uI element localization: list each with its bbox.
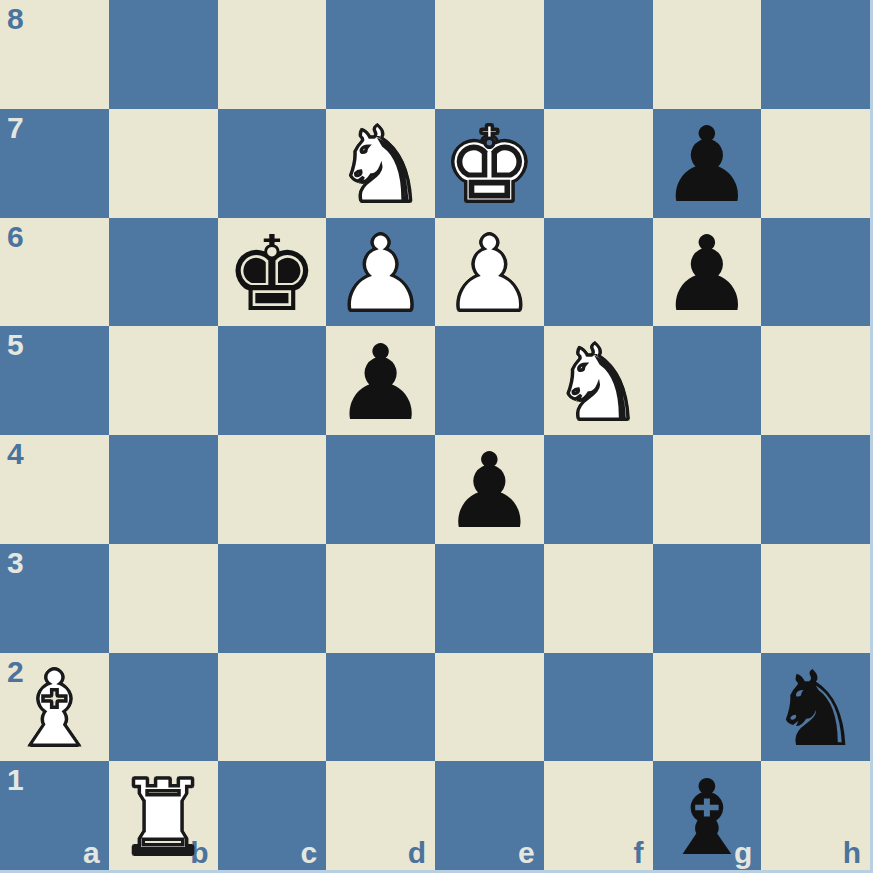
- square-e6[interactable]: ♟: [435, 218, 544, 327]
- square-c1[interactable]: c: [218, 761, 327, 870]
- square-b6[interactable]: [109, 218, 218, 327]
- square-a4[interactable]: 4: [0, 435, 109, 544]
- square-b5[interactable]: [109, 326, 218, 435]
- square-b7[interactable]: [109, 109, 218, 218]
- square-f3[interactable]: [544, 544, 653, 653]
- black-bishop-g1[interactable]: ♝: [660, 766, 753, 870]
- rank-label-6: 6: [7, 222, 24, 252]
- rank-label-3: 3: [7, 548, 24, 578]
- black-pawn-g6[interactable]: ♟: [660, 222, 753, 326]
- square-a7[interactable]: 7: [0, 109, 109, 218]
- white-bishop-a2[interactable]: ♝: [8, 657, 101, 761]
- black-knight-h2[interactable]: ♞: [769, 657, 862, 761]
- square-g7[interactable]: ♟: [653, 109, 762, 218]
- square-c7[interactable]: [218, 109, 327, 218]
- square-c6[interactable]: ♚: [218, 218, 327, 327]
- rank-label-4: 4: [7, 439, 24, 469]
- rank-label-7: 7: [7, 113, 24, 143]
- white-king-e7[interactable]: ♚: [443, 113, 536, 217]
- square-f4[interactable]: [544, 435, 653, 544]
- square-a8[interactable]: 8: [0, 0, 109, 109]
- square-f6[interactable]: [544, 218, 653, 327]
- square-c3[interactable]: [218, 544, 327, 653]
- square-f8[interactable]: [544, 0, 653, 109]
- square-h3[interactable]: [761, 544, 870, 653]
- square-b3[interactable]: [109, 544, 218, 653]
- file-label-c: c: [301, 838, 318, 868]
- square-b8[interactable]: [109, 0, 218, 109]
- square-h8[interactable]: [761, 0, 870, 109]
- white-pawn-e6[interactable]: ♟: [443, 222, 536, 326]
- black-pawn-g7[interactable]: ♟: [660, 113, 753, 217]
- square-b1[interactable]: b♜: [109, 761, 218, 870]
- square-a3[interactable]: 3: [0, 544, 109, 653]
- square-d6[interactable]: ♟: [326, 218, 435, 327]
- file-label-e: e: [518, 838, 535, 868]
- square-f2[interactable]: [544, 653, 653, 762]
- square-g5[interactable]: [653, 326, 762, 435]
- square-g1[interactable]: g♝: [653, 761, 762, 870]
- square-a2[interactable]: 2♝: [0, 653, 109, 762]
- square-d7[interactable]: ♞: [326, 109, 435, 218]
- black-pawn-d5[interactable]: ♟: [334, 331, 427, 435]
- square-g2[interactable]: [653, 653, 762, 762]
- square-e2[interactable]: [435, 653, 544, 762]
- square-c8[interactable]: [218, 0, 327, 109]
- square-h4[interactable]: [761, 435, 870, 544]
- square-e7[interactable]: ♚: [435, 109, 544, 218]
- square-h6[interactable]: [761, 218, 870, 327]
- file-label-d: d: [408, 838, 426, 868]
- file-label-h: h: [843, 838, 861, 868]
- square-a1[interactable]: 1a: [0, 761, 109, 870]
- white-knight-d7[interactable]: ♞: [334, 113, 427, 217]
- file-label-a: a: [83, 838, 100, 868]
- square-g3[interactable]: [653, 544, 762, 653]
- square-g4[interactable]: [653, 435, 762, 544]
- square-c2[interactable]: [218, 653, 327, 762]
- rank-label-8: 8: [7, 4, 24, 34]
- square-b4[interactable]: [109, 435, 218, 544]
- square-c5[interactable]: [218, 326, 327, 435]
- square-h2[interactable]: ♞: [761, 653, 870, 762]
- square-g8[interactable]: [653, 0, 762, 109]
- square-e3[interactable]: [435, 544, 544, 653]
- square-c4[interactable]: [218, 435, 327, 544]
- square-e5[interactable]: [435, 326, 544, 435]
- black-king-c6[interactable]: ♚: [225, 222, 318, 326]
- chess-board: 87♞♚♟6♚♟♟♟5♟♞4♟32♝♞1ab♜cdefg♝h: [0, 0, 873, 873]
- square-d4[interactable]: [326, 435, 435, 544]
- square-h7[interactable]: [761, 109, 870, 218]
- square-d1[interactable]: d: [326, 761, 435, 870]
- white-pawn-d6[interactable]: ♟: [334, 222, 427, 326]
- square-e4[interactable]: ♟: [435, 435, 544, 544]
- white-knight-f5[interactable]: ♞: [552, 331, 645, 435]
- rank-label-1: 1: [7, 765, 24, 795]
- square-g6[interactable]: ♟: [653, 218, 762, 327]
- square-e8[interactable]: [435, 0, 544, 109]
- square-f5[interactable]: ♞: [544, 326, 653, 435]
- square-a6[interactable]: 6: [0, 218, 109, 327]
- square-d5[interactable]: ♟: [326, 326, 435, 435]
- square-h1[interactable]: h: [761, 761, 870, 870]
- square-b2[interactable]: [109, 653, 218, 762]
- black-pawn-e4[interactable]: ♟: [443, 439, 536, 543]
- square-a5[interactable]: 5: [0, 326, 109, 435]
- square-h5[interactable]: [761, 326, 870, 435]
- white-rook-b1[interactable]: ♜: [117, 766, 210, 870]
- square-e1[interactable]: e: [435, 761, 544, 870]
- rank-label-5: 5: [7, 330, 24, 360]
- square-f7[interactable]: [544, 109, 653, 218]
- file-label-f: f: [634, 838, 644, 868]
- square-d3[interactable]: [326, 544, 435, 653]
- square-f1[interactable]: f: [544, 761, 653, 870]
- square-d8[interactable]: [326, 0, 435, 109]
- square-d2[interactable]: [326, 653, 435, 762]
